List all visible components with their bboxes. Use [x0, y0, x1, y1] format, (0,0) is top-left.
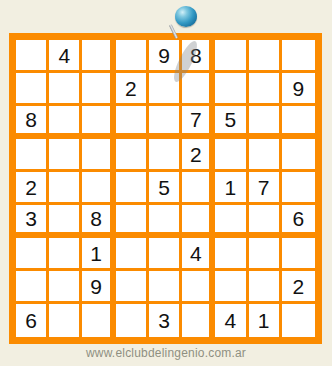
sudoku-cell-r8c1[interactable]	[16, 271, 49, 304]
sudoku-cell-r9c8: 1	[249, 304, 282, 337]
sudoku-cell-r9c7: 4	[215, 304, 248, 337]
sudoku-cell-r9c3[interactable]	[82, 304, 115, 337]
sudoku-cell-r4c5[interactable]	[149, 139, 182, 172]
sudoku-cell-r7c8[interactable]	[249, 238, 282, 271]
sudoku-cell-r6c5[interactable]	[149, 205, 182, 238]
sudoku-cell-r3c2[interactable]	[49, 106, 82, 139]
sudoku-cell-r8c5[interactable]	[149, 271, 182, 304]
sudoku-cell-r9c1: 6	[16, 304, 49, 337]
sudoku-cell-r1c7[interactable]	[215, 40, 248, 73]
sudoku-cell-r3c3[interactable]	[82, 106, 115, 139]
sudoku-cell-r2c8[interactable]	[249, 73, 282, 106]
sudoku-cell-r2c7[interactable]	[215, 73, 248, 106]
sudoku-cell-r9c5: 3	[149, 304, 182, 337]
sudoku-cell-r7c3: 1	[82, 238, 115, 271]
sudoku-cell-r6c7[interactable]	[215, 205, 248, 238]
sudoku-cell-r4c4[interactable]	[116, 139, 149, 172]
sudoku-cell-r3c6: 7	[182, 106, 215, 139]
sudoku-cell-r5c9[interactable]	[282, 172, 315, 205]
sudoku-cell-r7c6: 4	[182, 238, 215, 271]
sudoku-cell-r5c4[interactable]	[116, 172, 149, 205]
sudoku-cell-r8c3: 9	[82, 271, 115, 304]
sudoku-cell-r3c1: 8	[16, 106, 49, 139]
sudoku-cell-r8c2[interactable]	[49, 271, 82, 304]
sudoku-cell-r5c7: 1	[215, 172, 248, 205]
sudoku-cell-r4c1[interactable]	[16, 139, 49, 172]
sudoku-cell-r2c1[interactable]	[16, 73, 49, 106]
sudoku-cell-r4c2[interactable]	[49, 139, 82, 172]
pushpin-head-icon	[175, 6, 197, 27]
sudoku-cell-r5c8: 7	[249, 172, 282, 205]
sudoku-cell-r2c9: 9	[282, 73, 315, 106]
sudoku-cell-r4c9[interactable]	[282, 139, 315, 172]
sudoku-cell-r9c9[interactable]	[282, 304, 315, 337]
sudoku-cell-r3c5[interactable]	[149, 106, 182, 139]
sudoku-cell-r6c2[interactable]	[49, 205, 82, 238]
sudoku-cell-r1c9[interactable]	[282, 40, 315, 73]
sudoku-cell-r7c2[interactable]	[49, 238, 82, 271]
sudoku-cell-r8c4[interactable]	[116, 271, 149, 304]
sudoku-cell-r2c4: 2	[116, 73, 149, 106]
watermark-text: www.elclubdelingenio.com.ar	[0, 346, 332, 360]
sudoku-cell-r5c3[interactable]	[82, 172, 115, 205]
sudoku-cell-r3c9[interactable]	[282, 106, 315, 139]
sudoku-cell-r3c7: 5	[215, 106, 248, 139]
sudoku-cell-r9c2[interactable]	[49, 304, 82, 337]
sudoku-cell-r1c8[interactable]	[249, 40, 282, 73]
sudoku-cell-r2c3[interactable]	[82, 73, 115, 106]
sudoku-cell-r4c7[interactable]	[215, 139, 248, 172]
sudoku-cell-r8c6[interactable]	[182, 271, 215, 304]
sudoku-cell-r1c3[interactable]	[82, 40, 115, 73]
sudoku-cell-r6c6[interactable]	[182, 205, 215, 238]
sudoku-cell-r4c8[interactable]	[249, 139, 282, 172]
sudoku-cell-r6c1: 3	[16, 205, 49, 238]
sudoku-cell-r7c7[interactable]	[215, 238, 248, 271]
sudoku-cell-r2c2[interactable]	[49, 73, 82, 106]
sudoku-cell-r6c9: 6	[282, 205, 315, 238]
sudoku-cell-r5c2[interactable]	[49, 172, 82, 205]
sudoku-cell-r9c6[interactable]	[182, 304, 215, 337]
sudoku-cell-r5c1: 2	[16, 172, 49, 205]
sudoku-cell-r9c4[interactable]	[116, 304, 149, 337]
sudoku-cell-r2c6[interactable]	[182, 73, 215, 106]
sudoku-cell-r3c4[interactable]	[116, 106, 149, 139]
sudoku-cell-r1c2: 4	[49, 40, 82, 73]
sudoku-cell-r6c8[interactable]	[249, 205, 282, 238]
sudoku-cell-r7c1[interactable]	[16, 238, 49, 271]
sudoku-board: 498298752251738614926341	[9, 33, 322, 344]
sudoku-cell-r8c9: 2	[282, 271, 315, 304]
sudoku-cell-r6c3: 8	[82, 205, 115, 238]
sudoku-cell-r5c6[interactable]	[182, 172, 215, 205]
sudoku-cell-r7c9[interactable]	[282, 238, 315, 271]
sudoku-cell-r1c4[interactable]	[116, 40, 149, 73]
sudoku-cell-r1c1[interactable]	[16, 40, 49, 73]
sudoku-cell-r7c4[interactable]	[116, 238, 149, 271]
sudoku-cell-r4c6: 2	[182, 139, 215, 172]
sudoku-cell-r3c8[interactable]	[249, 106, 282, 139]
sudoku-cell-r5c5: 5	[149, 172, 182, 205]
sudoku-cell-r6c4[interactable]	[116, 205, 149, 238]
sudoku-cell-r7c5[interactable]	[149, 238, 182, 271]
sudoku-cell-r4c3[interactable]	[82, 139, 115, 172]
sudoku-cell-r8c7[interactable]	[215, 271, 248, 304]
sudoku-cell-r8c8[interactable]	[249, 271, 282, 304]
